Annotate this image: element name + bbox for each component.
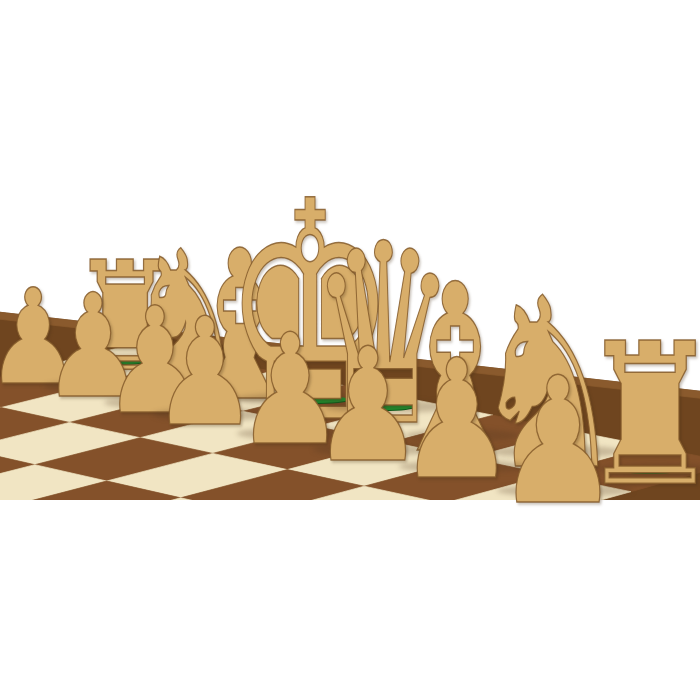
chess-board [0, 0, 700, 500]
chess-set-product-photo: ♜♞♟♝♟♚♟♛♟♟♝♟♞♟♜♟ [0, 0, 700, 700]
